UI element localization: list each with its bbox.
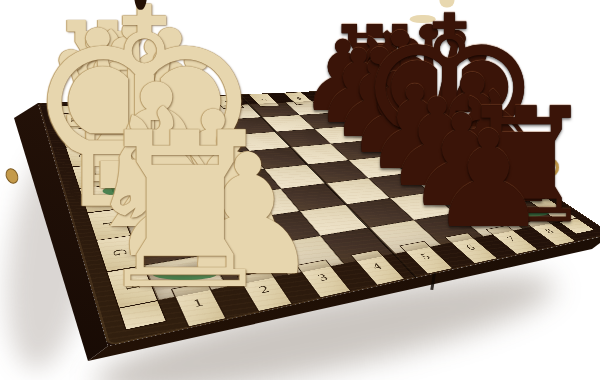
corner-cell-1 [52,105,81,114]
brass-clasp-left [3,166,21,186]
file-label-a: A [54,113,87,130]
white-king-finial [134,0,146,9]
black-queen-finial [410,15,436,24]
brass-clasp-right [540,158,559,177]
black-king-finial [440,0,455,7]
chess-set-photo: HHGGFFEEDDCCBBAA1122334455667788 ♜♞♝♛♚♝♞… [0,0,600,380]
